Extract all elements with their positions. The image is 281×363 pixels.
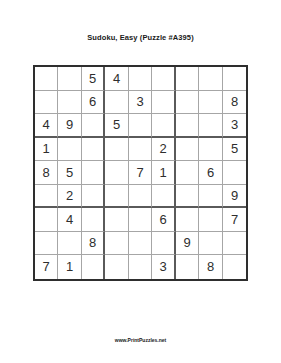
cell-r8c1-empty (35, 232, 59, 256)
cell-r5c2-given-5: 5 (58, 161, 82, 185)
cell-r7c7-empty (176, 208, 200, 232)
cell-r7c2-given-4: 4 (58, 208, 82, 232)
cell-r9c8-given-8: 8 (199, 255, 223, 279)
sudoku-board: 5463849531258571629467897138 (33, 65, 249, 281)
cell-r3c7-empty (176, 114, 200, 138)
cell-r9c5-empty (129, 255, 153, 279)
cell-r7c3-empty (82, 208, 106, 232)
cell-r4c5-empty (129, 138, 153, 162)
cell-r2c7-empty (176, 91, 200, 115)
cell-r3c4-given-5: 5 (105, 114, 129, 138)
cell-r7c4-empty (105, 208, 129, 232)
cell-r4c4-empty (105, 138, 129, 162)
cell-r3c3-empty (82, 114, 106, 138)
cell-r9c2-given-1: 1 (58, 255, 82, 279)
cell-r1c3-given-5: 5 (82, 67, 106, 91)
cell-r5c4-empty (105, 161, 129, 185)
cell-r1c5-empty (129, 67, 153, 91)
cell-r5c1-given-8: 8 (35, 161, 59, 185)
cell-r5c8-given-6: 6 (199, 161, 223, 185)
cell-r5c6-given-1: 1 (152, 161, 176, 185)
cell-r1c9-empty (223, 67, 247, 91)
cell-r1c2-empty (58, 67, 82, 91)
footer-url: www.PrintPuzzles.net (0, 337, 281, 343)
cell-r7c9-given-7: 7 (223, 208, 247, 232)
cell-r7c6-given-6: 6 (152, 208, 176, 232)
cell-r6c6-empty (152, 185, 176, 209)
cell-r2c1-empty (35, 91, 59, 115)
cell-r8c5-empty (129, 232, 153, 256)
cell-r4c8-empty (199, 138, 223, 162)
cell-r2c5-given-3: 3 (129, 91, 153, 115)
cell-r1c4-given-4: 4 (105, 67, 129, 91)
cell-r8c8-empty (199, 232, 223, 256)
cell-r9c3-empty (82, 255, 106, 279)
cell-r6c5-empty (129, 185, 153, 209)
cell-r7c1-empty (35, 208, 59, 232)
cell-r5c9-empty (223, 161, 247, 185)
cell-r5c7-empty (176, 161, 200, 185)
cell-r4c1-given-1: 1 (35, 138, 59, 162)
page-title: Sudoku, Easy (Puzzle #A395) (0, 33, 281, 42)
cell-r3c8-empty (199, 114, 223, 138)
cell-r9c1-given-7: 7 (35, 255, 59, 279)
cell-r3c5-empty (129, 114, 153, 138)
cell-r2c4-empty (105, 91, 129, 115)
printable-sudoku-page: { "game": "sudoku", "difficulty": "Easy"… (0, 0, 281, 363)
cell-r1c8-empty (199, 67, 223, 91)
cell-r2c3-given-6: 6 (82, 91, 106, 115)
cell-r6c3-empty (82, 185, 106, 209)
cell-r3c1-given-4: 4 (35, 114, 59, 138)
cell-r1c6-empty (152, 67, 176, 91)
cell-r4c7-empty (176, 138, 200, 162)
cell-r8c9-empty (223, 232, 247, 256)
cell-r6c2-given-2: 2 (58, 185, 82, 209)
cell-r7c8-empty (199, 208, 223, 232)
cell-r3c6-empty (152, 114, 176, 138)
cell-r4c3-empty (82, 138, 106, 162)
cell-r1c1-empty (35, 67, 59, 91)
cell-r8c4-empty (105, 232, 129, 256)
cell-r6c7-empty (176, 185, 200, 209)
cell-r5c3-empty (82, 161, 106, 185)
cell-r4c9-given-5: 5 (223, 138, 247, 162)
cell-r6c1-empty (35, 185, 59, 209)
cell-r4c2-empty (58, 138, 82, 162)
cell-r2c6-empty (152, 91, 176, 115)
cell-r9c4-empty (105, 255, 129, 279)
cell-r7c5-empty (129, 208, 153, 232)
cell-r9c6-given-3: 3 (152, 255, 176, 279)
cell-r8c7-given-9: 9 (176, 232, 200, 256)
cell-r2c2-empty (58, 91, 82, 115)
cell-r6c9-given-9: 9 (223, 185, 247, 209)
cell-r8c6-empty (152, 232, 176, 256)
cell-r2c8-empty (199, 91, 223, 115)
cell-r9c9-empty (223, 255, 247, 279)
cell-r4c6-given-2: 2 (152, 138, 176, 162)
cell-r8c3-given-8: 8 (82, 232, 106, 256)
cell-r3c2-given-9: 9 (58, 114, 82, 138)
cell-r8c2-empty (58, 232, 82, 256)
cell-r3c9-given-3: 3 (223, 114, 247, 138)
cell-r5c5-given-7: 7 (129, 161, 153, 185)
cell-r6c8-empty (199, 185, 223, 209)
cell-r6c4-empty (105, 185, 129, 209)
cell-r1c7-empty (176, 67, 200, 91)
cell-r2c9-given-8: 8 (223, 91, 247, 115)
cell-r9c7-empty (176, 255, 200, 279)
